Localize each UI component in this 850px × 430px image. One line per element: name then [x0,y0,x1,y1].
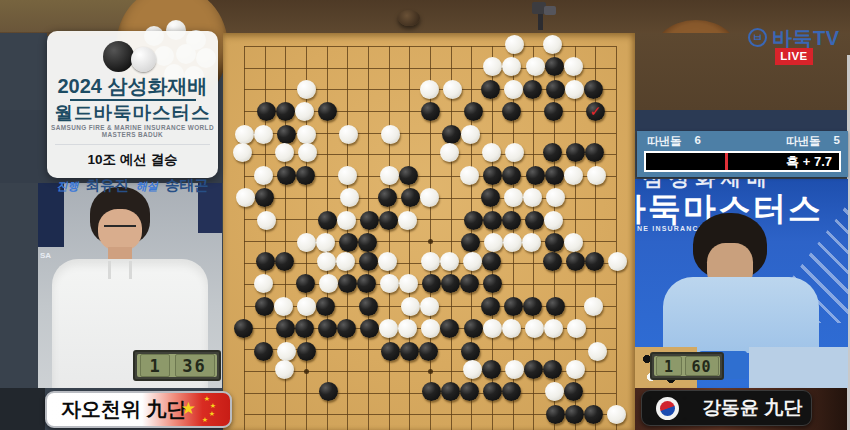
black-go-stone [441,382,460,401]
white-go-stone [254,125,273,144]
black-go-stone [566,143,585,162]
white-captures-label: 따낸돌 [786,134,821,149]
white-go-stone [461,125,480,144]
black-go-stone [442,125,461,144]
trigram-icon: ≡ [646,416,653,423]
white-go-stone [257,211,276,230]
white-go-stone [297,233,316,252]
white-go-stone [505,35,524,54]
black-go-stone [360,211,379,230]
black-go-stone [318,102,337,121]
score-estimate: 흑 + 7.7 [786,153,832,170]
black-go-stone [483,274,502,293]
white-go-stone [566,360,585,379]
white-go-stone [587,166,606,185]
black-go-stone [400,342,419,361]
black-go-stone [543,360,562,379]
black-go-stone [254,342,273,361]
player-glasses [104,225,136,232]
white-go-stone [482,143,501,162]
white-go-stone [298,143,317,162]
black-go-stone [524,360,543,379]
black-captures-label: 따낸돌 [647,134,682,149]
white-go-stone [297,80,316,99]
black-go-stone [523,297,542,316]
black-go-stone [316,297,335,316]
black-go-stone [481,80,500,99]
black-go-stone [379,211,398,230]
backdrop-text-partial: SA [40,251,51,260]
studio-background [635,110,850,131]
black-go-stone [502,382,521,401]
mic-stem-icon [538,14,543,30]
black-go-stone [357,274,376,293]
black-go-stone [464,211,483,230]
white-captures-value: 5 [834,134,840,149]
black-go-stone [483,166,502,185]
black-go-stone [360,319,379,338]
white-go-stone [484,233,503,252]
player-shirt [663,277,819,353]
left-player-nameplate: 자오천위 九단 ★ ★ ★ ★ ★ [45,391,232,428]
banner-rule [70,99,196,101]
black-go-stone [544,102,563,121]
black-go-stone [545,166,564,185]
white-go-stone [564,233,583,252]
white-go-stone [398,211,417,230]
black-go-stone [461,233,480,252]
white-go-stone [564,166,583,185]
white-go-stone [297,297,316,316]
white-go-stone [588,342,607,361]
white-go-stone [463,252,482,271]
black-go-stone [545,233,564,252]
black-go-stone [525,211,544,230]
banner-divider [55,144,210,145]
trigram-icon: ≡ [682,416,689,423]
black-go-stone [339,233,358,252]
white-go-stone [526,57,545,76]
black-go-stone [523,80,542,99]
black-go-stone [422,274,441,293]
white-go-stone [277,342,296,361]
black-go-stone [526,166,545,185]
black-go-stone [296,166,315,185]
commentator-label: 해설 [136,179,158,194]
white-go-stone [316,233,335,252]
mic-stand [528,0,562,30]
black-go-stone [338,274,357,293]
white-go-stone [317,252,336,271]
black-go-stone [460,274,479,293]
black-go-stone [318,319,337,338]
score-bar: 흑 + 7.7 [644,151,841,172]
white-go-stone [295,102,314,121]
left-player-name: 자오천위 九단 [61,393,187,426]
black-go-stone [359,252,378,271]
banner-title-line1: 2024 삼성화재배 [47,75,218,97]
clock-seconds: 60 [685,356,719,376]
round-label: 10조 예선 결승 [47,151,218,169]
host-row: 진행 최유진 해설 송태곤 [47,176,218,195]
black-go-stone [543,252,562,271]
black-go-stone [545,57,564,76]
white-go-stone [546,188,565,207]
live-badge: LIVE [775,48,813,65]
white-go-stone [522,233,541,252]
black-go-stone [399,166,418,185]
trigram-icon: ≡ [646,395,653,402]
white-go-stone [421,252,440,271]
clock-seconds: 36 [175,354,215,377]
commentator-name: 송태곤 [165,176,209,195]
black-go-stone [461,342,480,361]
white-go-stone [275,143,294,162]
white-go-stone [420,188,439,207]
black-go-stone [337,319,356,338]
white-go-stone [545,382,564,401]
grid-line [409,46,410,430]
white-go-stone [440,252,459,271]
white-go-stone [398,319,417,338]
white-go-stone [339,125,358,144]
white-go-stone [504,188,523,207]
black-go-stone [546,405,565,424]
black-go-stone [481,297,500,316]
black-go-stone [504,297,523,316]
left-byoyomi-clock: 1 36 [133,350,221,381]
black-go-stone [319,382,338,401]
white-go-stone [544,211,563,230]
right-player-name: 강동윤 九단 [702,391,802,425]
black-go-stone [483,211,502,230]
game-table [749,347,848,388]
host-name: 최유진 [86,176,130,195]
grid-line [616,46,617,430]
black-go-stone [464,102,483,121]
white-go-stone [254,166,273,185]
taeguk-icon [660,401,675,416]
white-go-stone [236,188,255,207]
black-captures-value: 6 [695,134,701,149]
white-go-stone [525,319,544,338]
china-flag-star-icon: ★ [209,410,215,418]
black-go-stone [584,80,603,99]
white-go-stone [340,188,359,207]
white-go-stone [297,125,316,144]
studio-background [0,388,45,430]
black-go-stone [277,166,296,185]
white-go-stone [543,35,562,54]
black-go-stone [419,342,438,361]
black-go-stone [421,102,440,121]
white-go-stone [505,143,524,162]
go-board: ✓ [223,33,635,430]
china-flag-star-icon: ★ [181,398,196,419]
right-byoyomi-clock: 1 60 [650,352,724,380]
white-go-stone [584,297,603,316]
white-go-stone [421,319,440,338]
white-go-stone [337,211,356,230]
white-go-stone [607,405,626,424]
white-go-stone [608,252,627,271]
star-point [428,369,433,374]
star-point [304,369,309,374]
white-go-stone [440,143,459,162]
black-go-stone [234,319,253,338]
white-go-stone [483,57,502,76]
black-go-stone [585,252,604,271]
black-go-stone [318,211,337,230]
black-go-stone [256,252,275,271]
black-go-stone [464,319,483,338]
white-go-stone [381,125,400,144]
korea-flag-icon: ≡ ≡ ≡ ≡ [656,397,679,420]
banner-subtitle-en: SAMSUNG FIRE & MARINE INSURANCE WORLD MA… [47,124,218,138]
white-go-stone [565,80,584,99]
black-go-stone [564,382,583,401]
black-go-stone [401,188,420,207]
black-go-stone [378,188,397,207]
black-go-stone [295,319,314,338]
black-go-stone [440,319,459,338]
white-go-stone [378,252,397,271]
white-go-stone [319,274,338,293]
white-go-stone [505,360,524,379]
banner-stones-icon [47,31,218,75]
white-go-stone [564,57,583,76]
black-go-stone [502,211,521,230]
clock-periods: 1 [140,354,170,377]
black-go-stone [276,102,295,121]
white-go-stone [379,319,398,338]
white-go-stone [503,233,522,252]
black-go-stone [277,125,296,144]
black-go-stone [255,297,274,316]
black-go-stone [482,360,501,379]
mic-part-icon [544,6,556,15]
grid-line [389,46,390,430]
white-go-stone [274,297,293,316]
black-go-stone [275,252,294,271]
white-go-stone [336,252,355,271]
white-go-stone [401,297,420,316]
black-go-stone [422,382,441,401]
black-go-stone [543,143,562,162]
tournament-banner: 2024 삼성화재배 월드바둑마스터스 SAMSUNG FIRE & MARIN… [47,31,218,178]
white-go-stone [523,188,542,207]
black-go-stone: ✓ [586,102,605,121]
white-go-stone [502,319,521,338]
black-go-stone [546,80,565,99]
black-go-stone [585,143,604,162]
white-go-stone [380,274,399,293]
shirt-collar [108,261,132,279]
white-go-stone [254,274,273,293]
white-go-stone [443,80,462,99]
black-go-stone [296,274,315,293]
white-go-stone [275,360,294,379]
white-go-stone [504,80,523,99]
white-go-stone [544,319,563,338]
clock-periods: 1 [656,356,682,376]
black-go-stone [584,405,603,424]
white-go-stone [420,297,439,316]
black-go-stone [482,252,501,271]
star-point [428,239,433,244]
broadcast-frame: ✓ 2024 삼성화재배 월드바둑마스터스 SAMSUNG FIRE & MAR… [0,0,850,430]
white-go-stone [502,57,521,76]
last-move-marker: ✓ [586,102,605,121]
black-go-stone [566,252,585,271]
white-go-stone [460,166,479,185]
capture-score-panel: 따낸돌 6 따낸돌 5 흑 + 7.7 [637,131,848,177]
host-label: 진행 [57,179,79,194]
black-go-stone [546,297,565,316]
black-go-stone [276,319,295,338]
black-stone-icon [103,41,134,72]
grid-line [451,46,452,430]
black-go-stone [502,166,521,185]
trigram-icon: ≡ [682,395,689,402]
black-go-stone [359,297,378,316]
black-go-stone [255,188,274,207]
black-go-stone [565,405,584,424]
black-go-stone [460,382,479,401]
white-go-stone [338,166,357,185]
china-flag-star-icon: ★ [210,402,216,410]
white-go-stone [420,80,439,99]
white-go-stone [380,166,399,185]
white-stone-icon [131,47,156,72]
baduktv-logo-icon: ㅂ [748,28,767,47]
white-go-stone [233,143,252,162]
bowl-lid-knob [398,10,420,26]
black-go-stone [297,342,316,361]
black-go-stone [483,382,502,401]
black-go-stone [358,233,377,252]
white-go-stone [235,125,254,144]
banner-title-line2: 월드바둑마스터스 [47,102,218,123]
score-marker [725,153,728,170]
black-go-stone [381,342,400,361]
black-go-stone [257,102,276,121]
white-go-stone [567,319,586,338]
white-go-stone [399,274,418,293]
right-player-nameplate: ≡ ≡ ≡ ≡ 강동윤 九단 [641,390,812,426]
china-flag-star-icon: ★ [202,416,208,424]
white-go-stone [463,360,482,379]
black-go-stone [481,188,500,207]
black-go-stone [441,274,460,293]
grid-line [244,46,245,430]
black-go-stone [502,102,521,121]
white-go-stone [483,319,502,338]
